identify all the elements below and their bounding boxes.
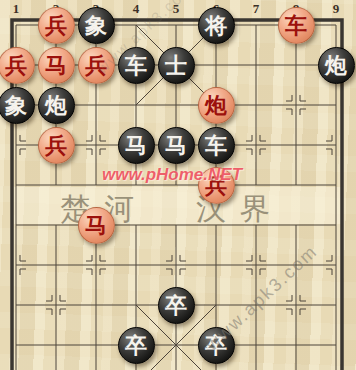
red-horse-glyph: 马 (45, 54, 67, 76)
piece-red-pawn-2-1[interactable]: 兵 (38, 7, 75, 44)
piece-black-chariot-4-2[interactable]: 车 (118, 47, 155, 84)
black-cannon-glyph: 炮 (45, 94, 67, 116)
piece-red-pawn-2-4[interactable]: 兵 (38, 127, 75, 164)
piece-black-soldier-6-9[interactable]: 卒 (198, 327, 235, 364)
black-soldier-glyph: 卒 (165, 294, 187, 316)
red-pawn-glyph: 兵 (45, 14, 67, 36)
piece-red-pawn-3-2[interactable]: 兵 (78, 47, 115, 84)
black-chariot-glyph: 车 (205, 134, 227, 156)
piece-black-horse-5-4[interactable]: 马 (158, 127, 195, 164)
black-soldier-glyph: 卒 (125, 334, 147, 356)
piece-black-cannon-2-3[interactable]: 炮 (38, 87, 75, 124)
red-pawn-glyph: 兵 (85, 54, 107, 76)
xiangqi-board[interactable]: 123456789 楚河 汉界 兵象将车兵马兵车士炮象炮炮兵马马车兵马卒卒卒 w… (0, 0, 356, 370)
red-pawn-glyph: 兵 (45, 134, 67, 156)
piece-black-soldier-5-8[interactable]: 卒 (158, 287, 195, 324)
piece-red-pawn-1-2[interactable]: 兵 (0, 47, 35, 84)
piece-red-horse-3-6[interactable]: 马 (78, 207, 115, 244)
piece-black-chariot-6-4[interactable]: 车 (198, 127, 235, 164)
black-horse-glyph: 马 (125, 134, 147, 156)
black-general-glyph: 将 (205, 14, 227, 36)
red-pawn-glyph: 兵 (205, 174, 227, 196)
piece-black-cannon-9-2[interactable]: 炮 (318, 47, 355, 84)
black-horse-glyph: 马 (165, 134, 187, 156)
piece-black-elephant-1-3[interactable]: 象 (0, 87, 35, 124)
black-elephant-glyph: 象 (85, 14, 107, 36)
piece-black-soldier-4-9[interactable]: 卒 (118, 327, 155, 364)
pieces-layer: 兵象将车兵马兵车士炮象炮炮兵马马车兵马卒卒卒 (0, 5, 356, 370)
piece-red-chariot-8-1[interactable]: 车 (278, 7, 315, 44)
piece-red-pawn-6-5[interactable]: 兵 (198, 167, 235, 204)
red-horse-glyph: 马 (85, 214, 107, 236)
piece-black-elephant-3-1[interactable]: 象 (78, 7, 115, 44)
red-cannon-glyph: 炮 (205, 94, 227, 116)
black-cannon-glyph: 炮 (325, 54, 347, 76)
red-pawn-glyph: 兵 (5, 54, 27, 76)
black-chariot-glyph: 车 (125, 54, 147, 76)
piece-black-advisor-5-2[interactable]: 士 (158, 47, 195, 84)
red-chariot-glyph: 车 (285, 14, 307, 36)
piece-black-general-6-1[interactable]: 将 (198, 7, 235, 44)
black-advisor-glyph: 士 (165, 54, 187, 76)
piece-black-horse-4-4[interactable]: 马 (118, 127, 155, 164)
piece-red-cannon-6-3[interactable]: 炮 (198, 87, 235, 124)
piece-red-horse-2-2[interactable]: 马 (38, 47, 75, 84)
black-elephant-glyph: 象 (5, 94, 27, 116)
black-soldier-glyph: 卒 (205, 334, 227, 356)
